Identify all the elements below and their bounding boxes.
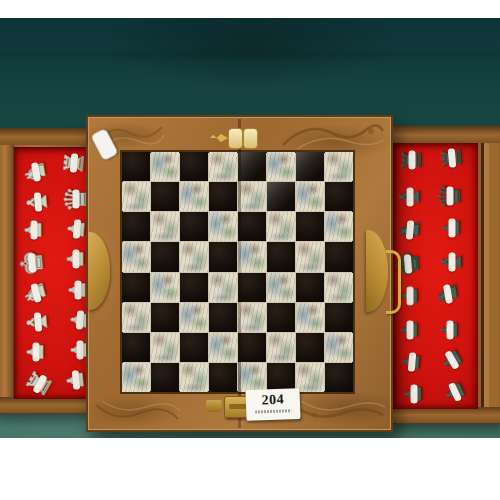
board-square[interactable] xyxy=(151,273,179,302)
auction-lot-label: 204 xyxy=(245,388,300,421)
carving-scroll-bottom-left-icon xyxy=(92,397,182,427)
board-square[interactable] xyxy=(209,363,237,392)
board-square[interactable] xyxy=(325,242,353,271)
board-square[interactable] xyxy=(325,152,353,181)
board-square[interactable] xyxy=(267,212,295,241)
board-square[interactable] xyxy=(122,242,150,271)
board-square[interactable] xyxy=(325,363,353,392)
board-square[interactable] xyxy=(267,273,295,302)
retaining-band xyxy=(447,321,454,340)
board-square[interactable] xyxy=(209,242,237,271)
board-square[interactable] xyxy=(296,152,324,181)
board-square[interactable] xyxy=(296,273,324,302)
board-square[interactable] xyxy=(238,333,266,362)
board-square[interactable] xyxy=(267,242,295,271)
retaining-band xyxy=(77,341,84,360)
board-square[interactable] xyxy=(238,212,266,241)
board-square[interactable] xyxy=(325,303,353,332)
retaining-band xyxy=(449,219,456,238)
board-square[interactable] xyxy=(296,333,324,362)
right-drawer-wall xyxy=(481,127,500,423)
board-square[interactable] xyxy=(238,152,266,181)
retaining-band xyxy=(449,253,456,272)
board-square[interactable] xyxy=(267,152,295,181)
board-square[interactable] xyxy=(296,212,324,241)
chess-board xyxy=(86,115,393,432)
board-square[interactable] xyxy=(122,363,150,392)
board-square[interactable] xyxy=(325,182,353,211)
board-square[interactable] xyxy=(122,182,150,211)
board-square[interactable] xyxy=(180,152,208,181)
board-square[interactable] xyxy=(151,303,179,332)
board-square[interactable] xyxy=(122,212,150,241)
board-square[interactable] xyxy=(238,242,266,271)
board-square[interactable] xyxy=(238,363,266,392)
board-square[interactable] xyxy=(122,273,150,302)
board-square[interactable] xyxy=(209,152,237,181)
board-fold-seam xyxy=(238,119,241,428)
left-drawer-wall xyxy=(0,129,14,413)
board-square[interactable] xyxy=(180,363,208,392)
board-square[interactable] xyxy=(151,242,179,271)
brass-hinge-icon xyxy=(210,127,258,149)
latch-keep-icon xyxy=(206,400,222,412)
hinge-plate-icon xyxy=(228,128,243,149)
board-square[interactable] xyxy=(151,212,179,241)
board-square[interactable] xyxy=(151,152,179,181)
retaining-band xyxy=(75,281,82,300)
board-square[interactable] xyxy=(267,303,295,332)
retaining-band xyxy=(73,250,80,269)
board-square[interactable] xyxy=(180,212,208,241)
photo-background: ♞♜♝♛♟♟♚♟♞♟♝♟♟♟♜♟ ♜♜♝♛♞♟♚♝♟♞♟♟♟♟♟♟ xyxy=(0,18,500,438)
retaining-band xyxy=(73,190,80,209)
board-square[interactable] xyxy=(151,182,179,211)
retaining-band xyxy=(407,321,414,340)
board-square[interactable] xyxy=(180,182,208,211)
board-square[interactable] xyxy=(296,303,324,332)
board-square[interactable] xyxy=(267,333,295,362)
retaining-band xyxy=(447,187,454,206)
carving-fish-bottom-right-icon xyxy=(287,395,387,427)
board-square[interactable] xyxy=(180,242,208,271)
board-square[interactable] xyxy=(267,182,295,211)
board-square[interactable] xyxy=(296,363,324,392)
right-drawer-top-edge xyxy=(391,127,500,143)
board-square[interactable] xyxy=(296,242,324,271)
retaining-band xyxy=(409,151,416,170)
board-square[interactable] xyxy=(238,182,266,211)
board-square[interactable] xyxy=(325,333,353,362)
right-drawer-bottom-edge xyxy=(391,407,500,423)
retaining-band xyxy=(33,343,40,362)
hinge-finial-icon xyxy=(210,134,228,142)
board-square[interactable] xyxy=(209,303,237,332)
board-square[interactable] xyxy=(151,333,179,362)
board-square[interactable] xyxy=(209,333,237,362)
board-square[interactable] xyxy=(122,333,150,362)
hinge-plate-icon xyxy=(243,128,258,149)
board-square[interactable] xyxy=(238,273,266,302)
board-square[interactable] xyxy=(151,363,179,392)
board-square[interactable] xyxy=(296,182,324,211)
brass-bail-handle[interactable] xyxy=(386,250,401,314)
board-square[interactable] xyxy=(209,212,237,241)
lot-number: 204 xyxy=(246,391,301,409)
carving-dragon-top-right-icon xyxy=(277,119,387,151)
board-square[interactable] xyxy=(122,152,150,181)
retaining-band xyxy=(411,385,418,404)
board-square[interactable] xyxy=(325,212,353,241)
board-square[interactable] xyxy=(209,273,237,302)
board-square[interactable] xyxy=(180,333,208,362)
retaining-band xyxy=(31,221,38,240)
board-square[interactable] xyxy=(209,182,237,211)
left-drawer-top-edge xyxy=(0,129,96,145)
board-square[interactable] xyxy=(180,273,208,302)
board-square[interactable] xyxy=(180,303,208,332)
board-square[interactable] xyxy=(238,303,266,332)
retaining-band xyxy=(407,287,414,306)
board-square[interactable] xyxy=(122,303,150,332)
retaining-band xyxy=(407,188,414,207)
board-square[interactable] xyxy=(325,273,353,302)
